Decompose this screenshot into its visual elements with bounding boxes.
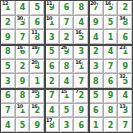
cell-digit-r6c6: 7 [78,78,84,86]
cell-digit-r7c1: 6 [5,92,11,100]
cell-r5c9[interactable]: 9 [118,60,132,74]
cell-digit-r5c7: 3 [93,63,99,71]
cell-r7c8[interactable]: 9 [104,89,118,103]
cell-digit-r2c6: 4 [78,19,84,27]
cell-digit-r7c8: 9 [108,92,114,100]
cell-digit-r3c7: 4 [93,34,99,42]
cell-r6c6[interactable]: 7 [74,74,88,88]
cage-sum-r4c9: 23 [119,45,126,50]
cell-r4c9[interactable]: 231 [118,45,132,59]
cell-digit-r6c1: 3 [5,78,11,86]
cell-digit-r3c5: 2 [64,34,70,42]
cell-digit-r9c6: 6 [78,122,84,130]
cell-digit-r5c4: 6 [49,63,55,71]
cell-digit-r3c4: 3 [49,34,55,42]
cell-r1c1[interactable]: 121 [1,1,15,15]
cell-r6c8[interactable]: 6 [104,74,118,88]
cell-digit-r6c2: 9 [20,78,26,86]
cage-sum-r8c2: 10 [17,104,24,109]
cell-r6c3[interactable]: 1 [30,74,44,88]
cell-r3c1[interactable]: 9 [1,30,15,44]
cell-r6c9[interactable]: 325 [118,74,132,88]
cell-r8c3[interactable]: 162 [30,104,44,118]
cell-digit-r4c6: 3 [78,48,84,56]
cell-r4c5[interactable]: 269 [60,45,74,59]
cell-digit-r2c8: 5 [108,19,114,27]
cell-r4c7[interactable]: 2 [89,45,103,59]
cell-r2c2[interactable]: 303 [16,16,30,30]
cell-digit-r2c7: 9 [93,19,99,27]
cage-sum-r3c3: 11 [31,30,38,35]
cell-digit-r5c8: 7 [108,63,114,71]
cell-r1c3[interactable]: 5 [30,1,44,15]
cell-digit-r9c9: 7 [122,122,128,130]
cell-r2c8[interactable]: 5 [104,16,118,30]
cell-digit-r5c1: 5 [5,63,11,71]
cell-r7c3[interactable]: 103 [30,89,44,103]
cell-r4c1[interactable]: 8 [1,45,15,59]
cell-digit-r5c9: 9 [122,63,128,71]
cell-r2c7[interactable]: 9 [89,16,103,30]
cage-sum-r4c5: 26 [61,45,68,50]
cage-sum-r4c3: 18 [31,45,38,50]
cell-r5c6[interactable]: 161 [74,60,88,74]
cell-digit-r1c9: 2 [122,4,128,12]
cell-r6c1[interactable]: 3 [1,74,15,88]
cage-sum-r2c9: 34 [119,16,126,21]
cell-digit-r8c8: 8 [108,107,114,115]
cell-r2c4[interactable]: 101 [45,16,59,30]
cell-digit-r1c6: 8 [78,4,84,12]
cell-r4c3[interactable]: 187 [30,45,44,59]
cell-r7c2[interactable]: 8 [16,89,30,103]
cell-r1c7[interactable]: 207 [89,1,103,15]
cell-r7c6[interactable]: 72 [74,89,88,103]
cage-sum-r3c6: 16 [75,30,82,35]
cell-digit-r2c3: 6 [34,19,40,27]
cell-digit-r4c7: 2 [93,48,99,56]
cell-digit-r3c2: 7 [20,34,26,42]
cell-r3c8[interactable]: 1 [104,30,118,44]
cell-r4c2[interactable]: 166 [16,45,30,59]
cell-digit-r4c8: 4 [108,48,114,56]
cage-sum-r2c4: 10 [46,16,53,21]
cell-digit-r4c1: 8 [5,48,11,56]
cell-digit-r6c7: 8 [93,78,99,86]
cell-r4c4[interactable]: 5 [45,45,59,59]
cell-r2c6[interactable]: 4 [74,16,88,30]
cell-r9c1[interactable]: 4 [1,118,15,132]
cage-sum-r8c3: 16 [31,104,38,109]
cell-r1c5[interactable]: 6 [60,1,74,15]
cell-r9c2[interactable]: 5 [16,118,30,132]
cell-digit-r9c5: 3 [64,122,70,130]
cage-sum-r8c9: 13 [119,104,126,109]
cell-digit-r9c1: 4 [5,122,11,130]
cell-r6c4[interactable]: 2 [45,74,59,88]
cell-r5c7[interactable]: 3 [89,60,103,74]
cell-digit-r6c4: 2 [49,78,55,86]
cell-digit-r8c4: 4 [49,107,55,115]
cell-digit-r2c1: 2 [5,19,11,27]
cell-r3c2[interactable]: 7 [16,30,30,44]
cage-sum-r6c9: 32 [119,74,126,79]
cell-digit-r9c8: 2 [108,122,114,130]
cell-r9c3[interactable]: 9 [30,118,44,132]
cell-r9c4[interactable]: 178 [45,118,59,132]
cell-r1c2[interactable]: 4 [16,1,30,15]
cell-r5c5[interactable]: 8 [60,60,74,74]
cell-digit-r8c7: 6 [93,107,99,115]
cell-r8c2[interactable]: 101 [16,104,30,118]
cell-r6c2[interactable]: 9 [16,74,30,88]
cage-sum-r9c4: 17 [46,118,53,123]
cage-sum-r5c3: 20 [31,60,38,65]
cell-r8c6[interactable]: 9 [74,104,88,118]
cage-sum-r2c2: 30 [17,16,24,21]
sudoku-grid: 1214511968207163223036101749534897118321… [0,0,133,133]
cell-digit-r6c5: 4 [64,78,70,86]
cell-r9c9[interactable]: 7 [118,118,132,132]
cell-digit-r5c5: 8 [64,63,70,71]
cell-r9c6[interactable]: 6 [74,118,88,132]
cell-r6c5[interactable]: 4 [60,74,74,88]
cage-sum-r5c6: 16 [75,60,82,65]
killer-sudoku-board: 1214511968207163223036101749534897118321… [0,0,133,133]
cage-sum-r4c2: 16 [17,45,24,50]
cell-r2c1[interactable]: 2 [1,16,15,30]
cell-digit-r5c2: 2 [20,63,26,71]
cell-r8c8[interactable]: 8 [104,104,118,118]
cage-sum-r1c1: 12 [2,1,9,6]
cell-digit-r8c5: 5 [64,107,70,115]
cell-digit-r6c3: 1 [34,78,40,86]
cell-r1c8[interactable]: 163 [104,1,118,15]
cell-r9c8[interactable]: 2 [104,118,118,132]
cell-r3c9[interactable]: 6 [118,30,132,44]
cell-r2c3[interactable]: 6 [30,16,44,30]
cell-digit-r7c7: 5 [93,92,99,100]
cell-r5c4[interactable]: 6 [45,60,59,74]
cage-sum-r7c3: 10 [31,89,38,94]
cell-r3c5[interactable]: 2 [60,30,74,44]
cell-r3c4[interactable]: 3 [45,30,59,44]
cell-r8c4[interactable]: 4 [45,104,59,118]
cell-r2c5[interactable]: 7 [60,16,74,30]
cell-r1c4[interactable]: 119 [45,1,59,15]
cell-digit-r1c3: 5 [34,4,40,12]
cell-r8c7[interactable]: 6 [89,104,103,118]
cell-digit-r6c8: 6 [108,78,114,86]
cell-digit-r8c6: 9 [78,107,84,115]
cell-r7c1[interactable]: 6 [1,89,15,103]
cell-r9c5[interactable]: 3 [60,118,74,132]
cell-digit-r2c5: 7 [64,19,70,27]
cage-sum-r1c4: 11 [46,1,53,6]
cell-digit-r7c2: 8 [20,92,26,100]
cell-r8c9[interactable]: 133 [118,104,132,118]
cell-r4c8[interactable]: 4 [104,45,118,59]
cell-digit-r1c5: 6 [64,4,70,12]
cell-digit-r7c4: 7 [49,92,55,100]
cell-r1c9[interactable]: 2 [118,1,132,15]
cell-digit-r1c2: 4 [20,4,26,12]
cell-r3c6[interactable]: 165 [74,30,88,44]
cage-sum-r7c5: 15 [61,89,68,94]
cell-digit-r3c1: 9 [5,34,11,42]
cell-digit-r3c9: 6 [122,34,128,42]
cage-sum-r1c7: 20 [90,1,97,6]
cell-r4c6[interactable]: 3 [74,45,88,59]
cell-digit-r9c3: 9 [34,122,40,130]
cell-r7c4[interactable]: 7 [45,89,59,103]
cell-r5c2[interactable]: 2 [16,60,30,74]
cell-digit-r9c7: 1 [93,122,99,130]
cage-sum-r7c6: 7 [75,89,79,94]
cell-digit-r7c9: 4 [122,92,128,100]
cell-r7c5[interactable]: 151 [60,89,74,103]
cell-r5c3[interactable]: 204 [30,60,44,74]
cell-r3c7[interactable]: 4 [89,30,103,44]
cell-r8c1[interactable]: 7 [1,104,15,118]
cell-r1c6[interactable]: 8 [74,1,88,15]
cell-r8c5[interactable]: 5 [60,104,74,118]
cell-r5c1[interactable]: 5 [1,60,15,74]
cell-r2c9[interactable]: 348 [118,16,132,30]
cell-r6c7[interactable]: 8 [89,74,103,88]
cell-r7c7[interactable]: 5 [89,89,103,103]
cell-digit-r4c4: 5 [49,48,55,56]
cell-digit-r3c8: 1 [108,34,114,42]
cell-r3c3[interactable]: 118 [30,30,44,44]
cage-sum-r1c8: 16 [105,1,112,6]
cell-r5c8[interactable]: 7 [104,60,118,74]
cell-r7c9[interactable]: 4 [118,89,132,103]
cell-r9c7[interactable]: 1 [89,118,103,132]
cell-digit-r8c1: 7 [5,107,11,115]
cell-digit-r9c2: 5 [20,122,26,130]
